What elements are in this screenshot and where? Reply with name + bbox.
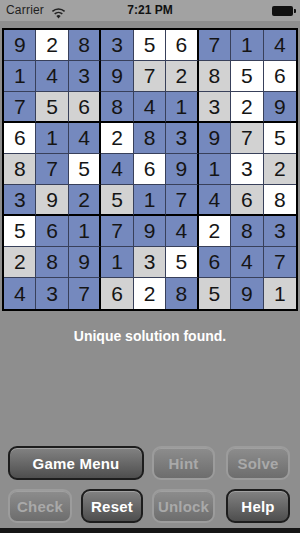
sudoku-cell-r8c9[interactable]: 7 bbox=[264, 247, 296, 278]
game-menu-button[interactable]: Game Menu bbox=[8, 446, 144, 480]
sudoku-cell-r5c5[interactable]: 6 bbox=[134, 154, 166, 185]
sudoku-cell-r2c1[interactable]: 1 bbox=[4, 61, 36, 92]
solve-button[interactable]: Solve bbox=[226, 446, 290, 480]
sudoku-cell-r3c7[interactable]: 3 bbox=[199, 92, 231, 123]
sudoku-cell-r3c3[interactable]: 6 bbox=[69, 92, 101, 123]
unlock-button[interactable]: Unlock bbox=[152, 489, 215, 523]
check-button[interactable]: Check bbox=[8, 489, 72, 523]
sudoku-cell-r3c4[interactable]: 8 bbox=[101, 92, 133, 123]
sudoku-cell-r3c8[interactable]: 2 bbox=[231, 92, 263, 123]
sudoku-cell-r7c5[interactable]: 9 bbox=[134, 216, 166, 247]
sudoku-cell-r2c6[interactable]: 2 bbox=[166, 61, 198, 92]
sudoku-cell-r3c2[interactable]: 5 bbox=[36, 92, 68, 123]
sudoku-cell-r4c8[interactable]: 7 bbox=[231, 123, 263, 154]
sudoku-cell-r3c6[interactable]: 1 bbox=[166, 92, 198, 123]
sudoku-cell-r4c1[interactable]: 6 bbox=[4, 123, 36, 154]
sudoku-cell-r1c8[interactable]: 1 bbox=[231, 30, 263, 61]
sudoku-cell-r2c2[interactable]: 4 bbox=[36, 61, 68, 92]
sudoku-grid: 9283567141439728567568413296142839758754… bbox=[2, 28, 298, 311]
sudoku-cell-r9c7[interactable]: 5 bbox=[199, 278, 231, 309]
sudoku-cell-r4c4[interactable]: 2 bbox=[101, 123, 133, 154]
sudoku-cell-r8c3[interactable]: 9 bbox=[69, 247, 101, 278]
sudoku-cell-r1c7[interactable]: 7 bbox=[199, 30, 231, 61]
sudoku-cell-r7c7[interactable]: 2 bbox=[199, 216, 231, 247]
sudoku-cell-r9c3[interactable]: 7 bbox=[69, 278, 101, 309]
sudoku-cell-r5c2[interactable]: 7 bbox=[36, 154, 68, 185]
sudoku-cell-r2c8[interactable]: 5 bbox=[231, 61, 263, 92]
sudoku-cell-r6c4[interactable]: 5 bbox=[101, 185, 133, 216]
sudoku-cell-r1c1[interactable]: 9 bbox=[4, 30, 36, 61]
help-button[interactable]: Help bbox=[226, 489, 290, 523]
sudoku-cell-r8c4[interactable]: 1 bbox=[101, 247, 133, 278]
sudoku-cell-r6c8[interactable]: 6 bbox=[231, 185, 263, 216]
sudoku-cell-r6c5[interactable]: 1 bbox=[134, 185, 166, 216]
sudoku-cell-r8c5[interactable]: 3 bbox=[134, 247, 166, 278]
sudoku-cell-r3c1[interactable]: 7 bbox=[4, 92, 36, 123]
sudoku-cell-r7c3[interactable]: 1 bbox=[69, 216, 101, 247]
sudoku-cell-r9c1[interactable]: 4 bbox=[4, 278, 36, 309]
sudoku-cell-r5c9[interactable]: 2 bbox=[264, 154, 296, 185]
sudoku-cell-r4c9[interactable]: 5 bbox=[264, 123, 296, 154]
sudoku-cell-r8c7[interactable]: 6 bbox=[199, 247, 231, 278]
sudoku-cell-r2c3[interactable]: 3 bbox=[69, 61, 101, 92]
sudoku-cell-r1c2[interactable]: 2 bbox=[36, 30, 68, 61]
sudoku-cell-r2c9[interactable]: 6 bbox=[264, 61, 296, 92]
sudoku-cell-r8c6[interactable]: 5 bbox=[166, 247, 198, 278]
sudoku-cell-r1c6[interactable]: 6 bbox=[166, 30, 198, 61]
sudoku-cell-r4c5[interactable]: 8 bbox=[134, 123, 166, 154]
sudoku-cell-r5c1[interactable]: 8 bbox=[4, 154, 36, 185]
sudoku-cell-r9c4[interactable]: 6 bbox=[101, 278, 133, 309]
reset-button[interactable]: Reset bbox=[81, 489, 143, 523]
sudoku-cell-r7c8[interactable]: 8 bbox=[231, 216, 263, 247]
sudoku-cell-r2c7[interactable]: 8 bbox=[199, 61, 231, 92]
sudoku-cell-r5c7[interactable]: 1 bbox=[199, 154, 231, 185]
battery-icon bbox=[272, 6, 293, 16]
sudoku-cell-r6c7[interactable]: 4 bbox=[199, 185, 231, 216]
status-bar: Carrier 7:21 PM bbox=[0, 0, 300, 21]
sudoku-cell-r5c8[interactable]: 3 bbox=[231, 154, 263, 185]
sudoku-cell-r8c1[interactable]: 2 bbox=[4, 247, 36, 278]
sudoku-cell-r3c5[interactable]: 4 bbox=[134, 92, 166, 123]
sudoku-cell-r9c5[interactable]: 2 bbox=[134, 278, 166, 309]
sudoku-cell-r9c2[interactable]: 3 bbox=[36, 278, 68, 309]
sudoku-cell-r5c3[interactable]: 5 bbox=[69, 154, 101, 185]
sudoku-cell-r2c5[interactable]: 7 bbox=[134, 61, 166, 92]
sudoku-cell-r8c2[interactable]: 8 bbox=[36, 247, 68, 278]
sudoku-cell-r7c4[interactable]: 7 bbox=[101, 216, 133, 247]
sudoku-cell-r4c3[interactable]: 4 bbox=[69, 123, 101, 154]
time-label: 7:21 PM bbox=[0, 3, 300, 17]
solution-message: Unique solution found. bbox=[0, 328, 300, 344]
sudoku-cell-r2c4[interactable]: 9 bbox=[101, 61, 133, 92]
sudoku-cell-r9c9[interactable]: 1 bbox=[264, 278, 296, 309]
sudoku-cell-r6c9[interactable]: 8 bbox=[264, 185, 296, 216]
sudoku-cell-r6c1[interactable]: 3 bbox=[4, 185, 36, 216]
sudoku-cell-r7c2[interactable]: 6 bbox=[36, 216, 68, 247]
sudoku-cell-r1c4[interactable]: 3 bbox=[101, 30, 133, 61]
sudoku-cell-r8c8[interactable]: 4 bbox=[231, 247, 263, 278]
sudoku-cell-r4c2[interactable]: 1 bbox=[36, 123, 68, 154]
sudoku-cell-r1c3[interactable]: 8 bbox=[69, 30, 101, 61]
sudoku-cell-r6c6[interactable]: 7 bbox=[166, 185, 198, 216]
sudoku-cell-r7c6[interactable]: 4 bbox=[166, 216, 198, 247]
sudoku-cell-r1c9[interactable]: 4 bbox=[264, 30, 296, 61]
sudoku-cell-r4c7[interactable]: 9 bbox=[199, 123, 231, 154]
sudoku-cell-r5c6[interactable]: 9 bbox=[166, 154, 198, 185]
sudoku-cell-r7c1[interactable]: 5 bbox=[4, 216, 36, 247]
sudoku-cell-r3c9[interactable]: 9 bbox=[264, 92, 296, 123]
sudoku-cell-r1c5[interactable]: 5 bbox=[134, 30, 166, 61]
screen-bottom-edge bbox=[0, 528, 300, 533]
sudoku-cell-r7c9[interactable]: 3 bbox=[264, 216, 296, 247]
hint-button[interactable]: Hint bbox=[152, 446, 215, 480]
sudoku-cell-r9c8[interactable]: 9 bbox=[231, 278, 263, 309]
sudoku-cell-r9c6[interactable]: 8 bbox=[166, 278, 198, 309]
sudoku-cell-r4c6[interactable]: 3 bbox=[166, 123, 198, 154]
sudoku-cell-r6c2[interactable]: 9 bbox=[36, 185, 68, 216]
sudoku-cell-r5c4[interactable]: 4 bbox=[101, 154, 133, 185]
sudoku-cell-r6c3[interactable]: 2 bbox=[69, 185, 101, 216]
